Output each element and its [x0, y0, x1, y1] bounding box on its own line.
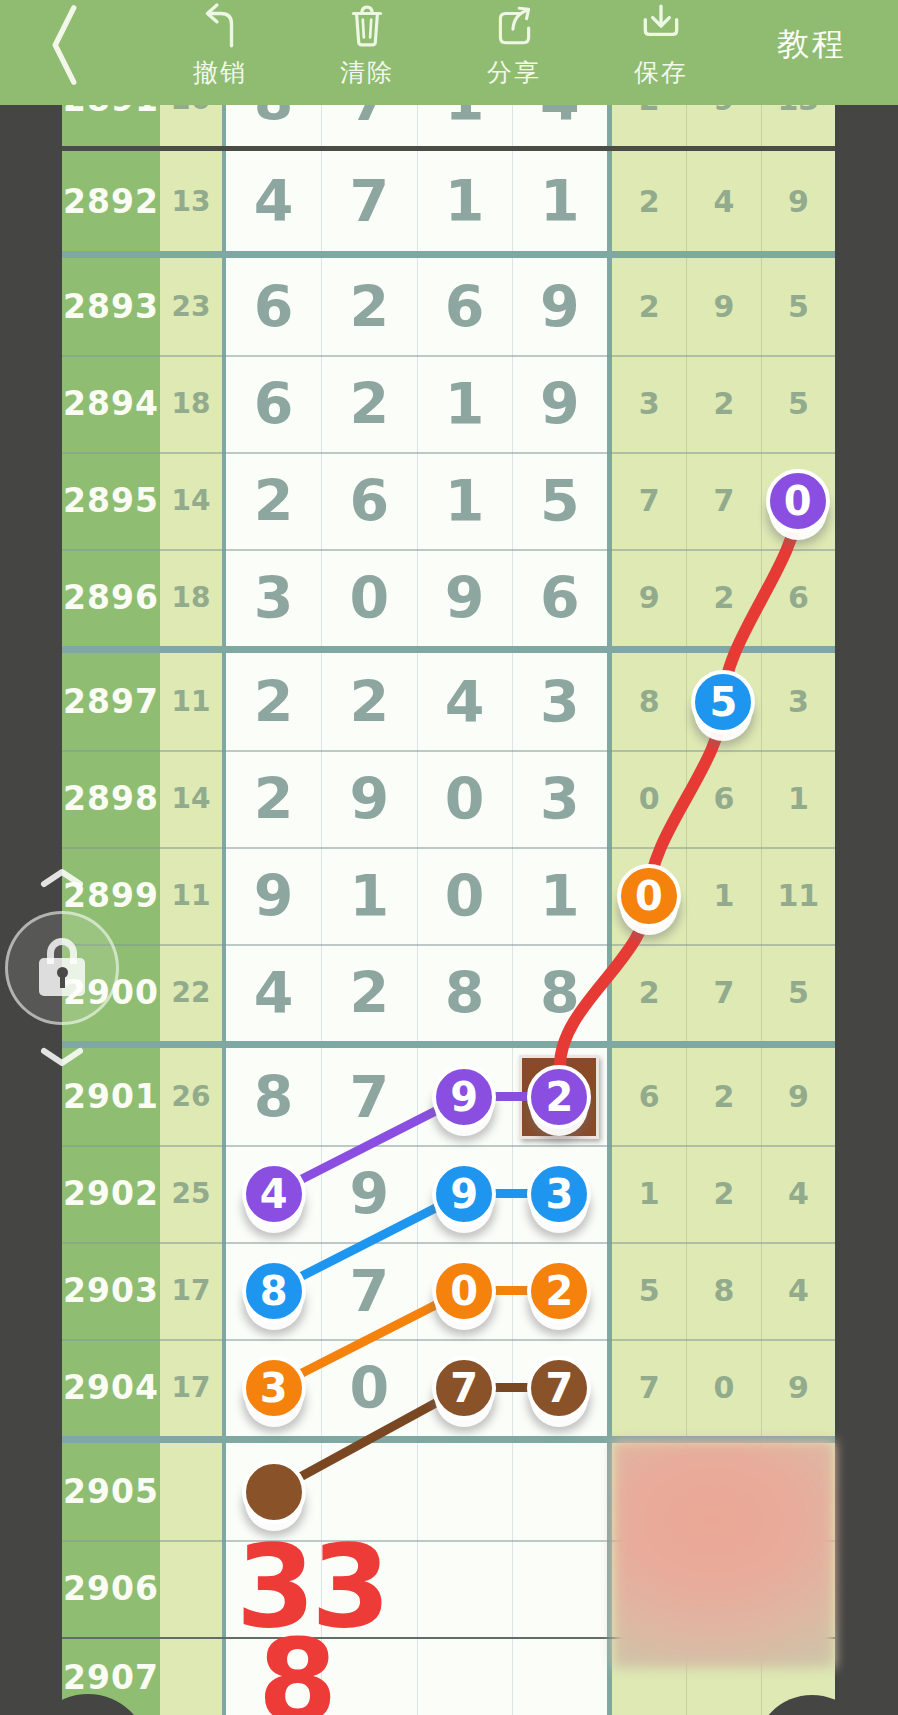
- side-cell[interactable]: 6: [761, 549, 835, 646]
- row-2895: 2895142615770: [62, 452, 835, 549]
- issue-cell[interactable]: 2903: [62, 1242, 160, 1339]
- digit-cell[interactable]: 4: [226, 151, 321, 251]
- digit-cell[interactable]: 0: [417, 847, 512, 944]
- side-cell[interactable]: 4: [686, 151, 760, 251]
- sum-cell[interactable]: 18: [160, 549, 222, 646]
- side-cell[interactable]: 9: [761, 1048, 835, 1145]
- side-cell[interactable]: 2: [612, 105, 686, 146]
- share-button[interactable]: 分享: [454, 0, 574, 105]
- tutorial-button[interactable]: 教程: [762, 0, 862, 90]
- digit-cell[interactable]: 7: [321, 105, 416, 146]
- digit-cell[interactable]: 1: [417, 452, 512, 549]
- side-cell[interactable]: 9: [686, 258, 760, 355]
- digit-cell[interactable]: 8: [226, 1048, 321, 1145]
- side-cell[interactable]: 5: [761, 944, 835, 1041]
- side-cell[interactable]: 0: [612, 750, 686, 847]
- row-2893: 2893236269295: [62, 258, 835, 355]
- sum-cell[interactable]: 23: [160, 258, 222, 355]
- side-cell[interactable]: 3: [612, 355, 686, 452]
- side-cell[interactable]: 4: [761, 1145, 835, 1242]
- digit-cell[interactable]: 3: [226, 549, 321, 646]
- side-cell[interactable]: 5: [612, 1242, 686, 1339]
- row-separator: [62, 1145, 835, 1147]
- digit-cell[interactable]: 8: [512, 944, 607, 1041]
- purple-circle-mark[interactable]: 4: [242, 1162, 306, 1226]
- side-cell[interactable]: 2: [686, 549, 760, 646]
- digit-cell[interactable]: 1: [417, 151, 512, 251]
- row-separator: [62, 146, 835, 151]
- row-separator: [62, 549, 835, 551]
- lottery-trend-chart-app: 2891208714291328921347112492893236269295…: [0, 0, 898, 1715]
- side-cell[interactable]: 1: [761, 750, 835, 847]
- side-cell[interactable]: 7: [612, 1339, 686, 1436]
- download-icon: [638, 3, 684, 49]
- digit-cell[interactable]: 8: [226, 105, 321, 146]
- clear-label: 清除: [340, 56, 394, 89]
- side-cell[interactable]: 11: [761, 847, 835, 944]
- brown-circle-mark[interactable]: 7: [527, 1356, 591, 1420]
- side-cell[interactable]: 9: [612, 549, 686, 646]
- digit-cell[interactable]: 0: [321, 549, 416, 646]
- side-cell[interactable]: 8: [612, 653, 686, 750]
- row-separator: [62, 646, 835, 653]
- sum-cell[interactable]: 25: [160, 1145, 222, 1242]
- orange-circle-mark[interactable]: 0: [432, 1259, 496, 1323]
- blue-circle-mark[interactable]: 3: [527, 1162, 591, 1226]
- digit-cell[interactable]: 2: [321, 258, 416, 355]
- side-cell[interactable]: 7: [686, 452, 760, 549]
- side-cell[interactable]: 1: [612, 1145, 686, 1242]
- digit-cell[interactable]: 3: [512, 750, 607, 847]
- side-cell[interactable]: 7: [686, 944, 760, 1041]
- digit-cell[interactable]: 1: [512, 847, 607, 944]
- sum-cell[interactable]: [160, 1443, 222, 1540]
- digit-cell[interactable]: 9: [512, 355, 607, 452]
- digit-cell[interactable]: 1: [512, 151, 607, 251]
- side-cell[interactable]: 2: [612, 944, 686, 1041]
- row-2891: 28912087142913: [62, 105, 835, 146]
- digit-cell[interactable]: 9: [321, 1145, 416, 1242]
- row-2898: 2898142903061: [62, 750, 835, 847]
- digit-cell[interactable]: 2: [226, 653, 321, 750]
- undo-label: 撤销: [193, 56, 247, 89]
- save-button[interactable]: 保存: [601, 0, 721, 105]
- digit-cell[interactable]: 1: [417, 105, 512, 146]
- sum-cell[interactable]: 22: [160, 944, 222, 1041]
- issue-cell[interactable]: 2893: [62, 258, 160, 355]
- blue-circle-mark[interactable]: 9: [432, 1162, 496, 1226]
- orange-circle-mark[interactable]: 2: [527, 1259, 591, 1323]
- side-cell[interactable]: 6: [686, 750, 760, 847]
- sum-cell[interactable]: 14: [160, 750, 222, 847]
- digit-cell[interactable]: [417, 1540, 512, 1637]
- side-cell[interactable]: 6: [612, 1048, 686, 1145]
- issue-cell[interactable]: 2896: [62, 549, 160, 646]
- digit-cell[interactable]: 8: [417, 944, 512, 1041]
- digit-cell[interactable]: 4: [226, 944, 321, 1041]
- back-button[interactable]: [44, 4, 94, 90]
- issue-cell[interactable]: 2905: [62, 1443, 160, 1540]
- digit-cell[interactable]: 7: [321, 1048, 416, 1145]
- side-cell[interactable]: 13: [761, 105, 835, 146]
- digit-cell[interactable]: 6: [321, 452, 416, 549]
- digit-cell[interactable]: 2: [321, 355, 416, 452]
- row-separator: [62, 1242, 835, 1244]
- issue-cell[interactable]: 2904: [62, 1339, 160, 1436]
- brown-circle-mark[interactable]: [242, 1460, 306, 1524]
- side-cell[interactable]: 7: [612, 452, 686, 549]
- chevron-up-icon[interactable]: [40, 868, 84, 888]
- blurred-region: [613, 1441, 835, 1668]
- digit-cell[interactable]: 3: [512, 653, 607, 750]
- share-icon: [491, 3, 537, 49]
- side-cell[interactable]: 2: [686, 1145, 760, 1242]
- side-cell[interactable]: 2: [686, 1048, 760, 1145]
- toolbar: 撤销 清除 分享 保存: [0, 0, 898, 105]
- issue-cell[interactable]: 2891: [62, 105, 160, 146]
- digit-cell[interactable]: 7: [321, 1242, 416, 1339]
- sum-cell[interactable]: [160, 1639, 222, 1715]
- chevron-down-icon[interactable]: [40, 1047, 84, 1067]
- issue-cell[interactable]: 2892: [62, 151, 160, 251]
- digit-cell[interactable]: 6: [512, 549, 607, 646]
- red-handwritten-note: 8: [258, 1624, 333, 1715]
- issue-cell[interactable]: 2894: [62, 355, 160, 452]
- digit-cell[interactable]: 9: [226, 847, 321, 944]
- row-separator: [62, 1041, 835, 1048]
- digit-cell[interactable]: 4: [417, 653, 512, 750]
- digit-cell[interactable]: 4: [512, 105, 607, 146]
- digit-cell[interactable]: 2: [226, 750, 321, 847]
- digit-cell[interactable]: [417, 1443, 512, 1540]
- purple-circle-mark[interactable]: 2: [527, 1065, 591, 1129]
- share-label: 分享: [487, 56, 541, 89]
- row-separator: [62, 355, 835, 357]
- side-cell[interactable]: 5: [761, 258, 835, 355]
- purple-circle-mark[interactable]: 0: [766, 469, 830, 533]
- side-cell[interactable]: 9: [686, 105, 760, 146]
- digit-cell[interactable]: 6: [226, 355, 321, 452]
- side-cell[interactable]: 1: [686, 847, 760, 944]
- digit-cell[interactable]: 9: [321, 750, 416, 847]
- sum-cell[interactable]: 14: [160, 452, 222, 549]
- undo-button[interactable]: 撤销: [160, 0, 280, 105]
- clear-button[interactable]: 清除: [307, 0, 427, 105]
- digit-cell[interactable]: 9: [512, 258, 607, 355]
- orange-circle-mark[interactable]: 0: [617, 864, 681, 928]
- side-cell[interactable]: 8: [686, 1242, 760, 1339]
- sum-cell[interactable]: 11: [160, 653, 222, 750]
- row-separator: [62, 1339, 835, 1341]
- side-cell[interactable]: 4: [761, 1242, 835, 1339]
- sum-cell[interactable]: [160, 1540, 222, 1637]
- digit-cell[interactable]: 9: [417, 549, 512, 646]
- digit-cell[interactable]: 1: [417, 355, 512, 452]
- digit-cell[interactable]: 1: [321, 847, 416, 944]
- row-2896: 2896183096926: [62, 549, 835, 646]
- row-separator: [62, 251, 835, 258]
- issue-cell[interactable]: 2898: [62, 750, 160, 847]
- row-separator: [62, 452, 835, 454]
- sum-cell[interactable]: 11: [160, 847, 222, 944]
- scroll-lock-control: [0, 855, 130, 1085]
- row-2900: 2900224288275: [62, 944, 835, 1041]
- digit-cell[interactable]: [512, 1540, 607, 1637]
- digit-cell[interactable]: 0: [321, 1339, 416, 1436]
- issue-cell[interactable]: 2902: [62, 1145, 160, 1242]
- digit-cell[interactable]: 6: [417, 258, 512, 355]
- sum-cell[interactable]: 13: [160, 151, 222, 251]
- blue-circle-mark[interactable]: 5: [691, 670, 755, 734]
- digit-cell[interactable]: 2: [321, 944, 416, 1041]
- side-cell[interactable]: 5: [761, 355, 835, 452]
- row-separator: [62, 750, 835, 752]
- sum-cell[interactable]: 18: [160, 355, 222, 452]
- orange-circle-mark[interactable]: 3: [242, 1356, 306, 1420]
- side-cell[interactable]: 2: [612, 151, 686, 251]
- sum-cell[interactable]: 17: [160, 1242, 222, 1339]
- blue-circle-mark[interactable]: 8: [242, 1259, 306, 1323]
- issue-cell[interactable]: 2895: [62, 452, 160, 549]
- undo-icon: [197, 3, 243, 49]
- row-2899: 28991191010111: [62, 847, 835, 944]
- side-cell[interactable]: 9: [761, 1339, 835, 1436]
- sum-cell[interactable]: 17: [160, 1339, 222, 1436]
- side-cell[interactable]: 2: [686, 355, 760, 452]
- row-2894: 2894186219325: [62, 355, 835, 452]
- back-chevron-icon: [44, 4, 84, 86]
- digit-cell[interactable]: 2: [321, 653, 416, 750]
- save-label: 保存: [634, 56, 688, 89]
- digit-cell[interactable]: 0: [417, 750, 512, 847]
- issue-cell[interactable]: 2906: [62, 1540, 160, 1637]
- row-separator: [62, 847, 835, 849]
- sum-cell[interactable]: 20: [160, 105, 222, 146]
- digit-cell[interactable]: 6: [226, 258, 321, 355]
- digit-cell[interactable]: [512, 1443, 607, 1540]
- issue-cell[interactable]: 2897: [62, 653, 160, 750]
- row-2892: 2892134711249: [62, 151, 835, 251]
- sum-cell[interactable]: 26: [160, 1048, 222, 1145]
- digit-cell[interactable]: 2: [226, 452, 321, 549]
- row-separator: [62, 944, 835, 946]
- trash-icon: [344, 3, 390, 49]
- digit-cell[interactable]: [417, 1639, 512, 1715]
- purple-circle-mark[interactable]: 9: [432, 1065, 496, 1129]
- side-cell[interactable]: 0: [686, 1339, 760, 1436]
- digit-cell[interactable]: 5: [512, 452, 607, 549]
- digit-cell[interactable]: 7: [321, 151, 416, 251]
- side-cell[interactable]: 2: [612, 258, 686, 355]
- side-cell[interactable]: 9: [761, 151, 835, 251]
- side-cell[interactable]: 3: [761, 653, 835, 750]
- brown-circle-mark[interactable]: 7: [432, 1356, 496, 1420]
- digit-cell[interactable]: [512, 1639, 607, 1715]
